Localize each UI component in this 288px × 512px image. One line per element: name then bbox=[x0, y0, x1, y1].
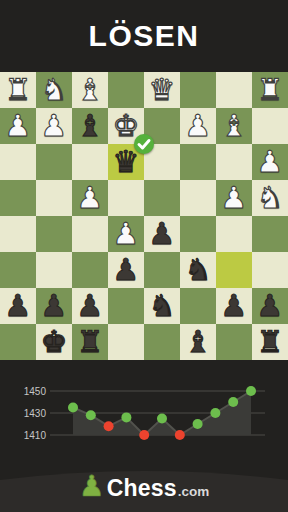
square-d4[interactable] bbox=[144, 180, 180, 216]
square-g3[interactable] bbox=[36, 144, 72, 180]
square-c2[interactable]: ♟ bbox=[180, 108, 216, 144]
square-c8[interactable]: ♝ bbox=[180, 324, 216, 360]
square-d1[interactable]: ♛ bbox=[144, 72, 180, 108]
square-h4[interactable] bbox=[0, 180, 36, 216]
square-b7[interactable]: ♟ bbox=[216, 288, 252, 324]
black-king: ♚ bbox=[36, 324, 72, 360]
white-pawn: ♟ bbox=[180, 108, 216, 144]
black-pawn: ♟ bbox=[144, 216, 180, 252]
square-b3[interactable] bbox=[216, 144, 252, 180]
square-a6[interactable] bbox=[252, 252, 288, 288]
black-knight: ♞ bbox=[144, 288, 180, 324]
square-b4[interactable]: ♟ bbox=[216, 180, 252, 216]
square-b8[interactable] bbox=[216, 324, 252, 360]
square-b2[interactable]: ♝ bbox=[216, 108, 252, 144]
black-rook: ♜ bbox=[252, 324, 288, 360]
black-pawn: ♟ bbox=[252, 288, 288, 324]
white-bishop: ♝ bbox=[72, 72, 108, 108]
black-rook: ♜ bbox=[72, 324, 108, 360]
rating-point-win bbox=[193, 419, 203, 429]
white-rook: ♜ bbox=[252, 72, 288, 108]
square-a2[interactable] bbox=[252, 108, 288, 144]
white-pawn: ♟ bbox=[252, 144, 288, 180]
square-d7[interactable]: ♞ bbox=[144, 288, 180, 324]
chess-board: ♜♞♝♛♜♟♟♝♚♟♝♛♟♟♟♞♟♟♟♞♟♟♟♞♟♟♚♜♝♜ bbox=[0, 72, 288, 360]
black-pawn: ♟ bbox=[108, 252, 144, 288]
square-c1[interactable] bbox=[180, 72, 216, 108]
square-a1[interactable]: ♜ bbox=[252, 72, 288, 108]
rating-point-win bbox=[121, 412, 131, 422]
square-h5[interactable] bbox=[0, 216, 36, 252]
square-b1[interactable] bbox=[216, 72, 252, 108]
white-pawn: ♟ bbox=[36, 108, 72, 144]
black-knight: ♞ bbox=[180, 252, 216, 288]
pawn-logo-icon: ♟ bbox=[79, 471, 105, 501]
square-c3[interactable] bbox=[180, 144, 216, 180]
white-knight: ♞ bbox=[252, 180, 288, 216]
check-icon bbox=[134, 134, 154, 154]
square-f3[interactable] bbox=[72, 144, 108, 180]
square-a5[interactable] bbox=[252, 216, 288, 252]
black-pawn: ♟ bbox=[36, 288, 72, 324]
title-banner: LÖSEN bbox=[0, 0, 288, 72]
square-f1[interactable]: ♝ bbox=[72, 72, 108, 108]
square-d5[interactable]: ♟ bbox=[144, 216, 180, 252]
square-h8[interactable] bbox=[0, 324, 36, 360]
correct-move-badge bbox=[134, 134, 154, 154]
rating-point-win bbox=[86, 410, 96, 420]
white-pawn: ♟ bbox=[108, 216, 144, 252]
white-knight: ♞ bbox=[36, 72, 72, 108]
square-h6[interactable] bbox=[0, 252, 36, 288]
square-e4[interactable] bbox=[108, 180, 144, 216]
square-h2[interactable]: ♟ bbox=[0, 108, 36, 144]
black-bishop: ♝ bbox=[72, 108, 108, 144]
logo-text-chess: Chess bbox=[107, 475, 177, 502]
white-rook: ♜ bbox=[0, 72, 36, 108]
square-h1[interactable]: ♜ bbox=[0, 72, 36, 108]
square-e5[interactable]: ♟ bbox=[108, 216, 144, 252]
square-g2[interactable]: ♟ bbox=[36, 108, 72, 144]
rating-point-win bbox=[68, 403, 78, 413]
logo-text-com: .com bbox=[178, 484, 210, 499]
square-g7[interactable]: ♟ bbox=[36, 288, 72, 324]
white-pawn: ♟ bbox=[0, 108, 36, 144]
square-b5[interactable] bbox=[216, 216, 252, 252]
black-pawn: ♟ bbox=[216, 288, 252, 324]
square-d6[interactable] bbox=[144, 252, 180, 288]
chart-y-tick-label: 1450 bbox=[24, 386, 47, 397]
square-c5[interactable] bbox=[180, 216, 216, 252]
rating-point-win bbox=[246, 386, 256, 396]
square-h7[interactable]: ♟ bbox=[0, 288, 36, 324]
rating-point-win bbox=[157, 414, 167, 424]
rating-point-loss bbox=[104, 421, 114, 431]
rating-point-win bbox=[210, 408, 220, 418]
black-bishop: ♝ bbox=[180, 324, 216, 360]
chart-y-tick-label: 1430 bbox=[24, 408, 47, 419]
square-f5[interactable] bbox=[72, 216, 108, 252]
chart-y-tick-label: 1410 bbox=[24, 430, 47, 441]
square-e7[interactable] bbox=[108, 288, 144, 324]
square-g8[interactable]: ♚ bbox=[36, 324, 72, 360]
square-g5[interactable] bbox=[36, 216, 72, 252]
square-g1[interactable]: ♞ bbox=[36, 72, 72, 108]
square-a3[interactable]: ♟ bbox=[252, 144, 288, 180]
square-f6[interactable] bbox=[72, 252, 108, 288]
square-g6[interactable] bbox=[36, 252, 72, 288]
square-a4[interactable]: ♞ bbox=[252, 180, 288, 216]
square-d8[interactable] bbox=[144, 324, 180, 360]
square-e8[interactable] bbox=[108, 324, 144, 360]
square-b6[interactable] bbox=[216, 252, 252, 288]
square-e1[interactable] bbox=[108, 72, 144, 108]
rating-point-loss bbox=[175, 430, 185, 440]
square-f7[interactable]: ♟ bbox=[72, 288, 108, 324]
white-bishop: ♝ bbox=[216, 108, 252, 144]
square-f2[interactable]: ♝ bbox=[72, 108, 108, 144]
white-pawn: ♟ bbox=[72, 180, 108, 216]
chesscom-logo: ♟ Chess .com bbox=[0, 470, 288, 506]
black-pawn: ♟ bbox=[72, 288, 108, 324]
white-queen: ♛ bbox=[144, 72, 180, 108]
square-g4[interactable] bbox=[36, 180, 72, 216]
square-f4[interactable]: ♟ bbox=[72, 180, 108, 216]
square-a8[interactable]: ♜ bbox=[252, 324, 288, 360]
square-c6[interactable]: ♞ bbox=[180, 252, 216, 288]
square-c7[interactable] bbox=[180, 288, 216, 324]
square-f8[interactable]: ♜ bbox=[72, 324, 108, 360]
square-e6[interactable]: ♟ bbox=[108, 252, 144, 288]
black-pawn: ♟ bbox=[0, 288, 36, 324]
square-c4[interactable] bbox=[180, 180, 216, 216]
white-pawn: ♟ bbox=[216, 180, 252, 216]
rating-point-win bbox=[228, 397, 238, 407]
square-a7[interactable]: ♟ bbox=[252, 288, 288, 324]
rating-point-loss bbox=[139, 430, 149, 440]
square-h3[interactable] bbox=[0, 144, 36, 180]
page-title: LÖSEN bbox=[89, 19, 200, 53]
